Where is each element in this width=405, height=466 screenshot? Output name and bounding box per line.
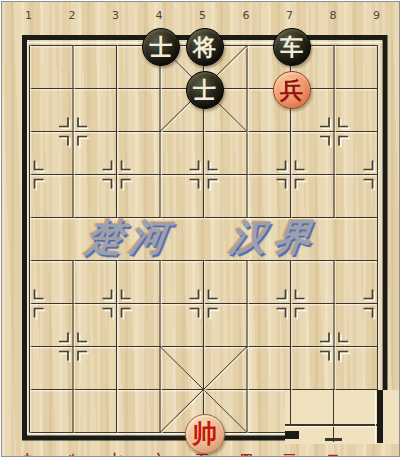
top-label-8: 8	[322, 9, 344, 22]
river-text-left: 楚河	[83, 215, 177, 259]
top-label-1: 1	[18, 9, 40, 22]
board-frame: 123456789 楚河 汉界 士将车士兵帅 九八七六五四三二一	[1, 1, 400, 457]
black-general[interactable]: 将	[186, 28, 224, 66]
artifact-white-vline	[375, 390, 376, 443]
top-label-5: 5	[192, 9, 214, 22]
top-label-6: 6	[235, 9, 257, 22]
artifact-right-border	[377, 390, 383, 443]
top-label-3: 3	[105, 9, 127, 22]
bottom-label-6: 四	[235, 451, 257, 457]
top-label-4: 4	[148, 9, 170, 22]
bottom-label-3: 七	[105, 451, 127, 457]
bottom-label-4: 六	[148, 451, 170, 457]
river-text-right: 汉界	[227, 215, 321, 259]
black-advisor-b[interactable]: 士	[186, 71, 224, 109]
top-label-7: 7	[279, 9, 301, 22]
black-chariot[interactable]: 车	[273, 28, 311, 66]
artifact-rank10-line	[285, 424, 380, 426]
top-label-9: 9	[366, 9, 388, 22]
bottom-label-1: 九	[18, 451, 40, 457]
red-general[interactable]: 帅	[185, 414, 225, 454]
bottom-label-7: 三	[279, 451, 301, 457]
artifact-orange-smudge	[297, 432, 310, 440]
artifact-file8-line	[333, 390, 334, 442]
artifact-dark-stub	[325, 438, 342, 441]
bottom-label-2: 八	[61, 451, 83, 457]
bottom-label-8: 二	[322, 451, 344, 457]
artifact-white-hline	[285, 426, 380, 427]
red-soldier[interactable]: 兵	[273, 71, 311, 109]
render-artifact	[285, 390, 400, 444]
black-advisor-a[interactable]: 士	[142, 28, 180, 66]
bottom-label-9: 一	[366, 451, 388, 457]
top-label-2: 2	[61, 9, 83, 22]
xiangqi-app-window: 123456789 楚河 汉界 士将车士兵帅 九八七六五四三二一	[0, 0, 405, 466]
artifact-file7-line	[290, 390, 291, 425]
